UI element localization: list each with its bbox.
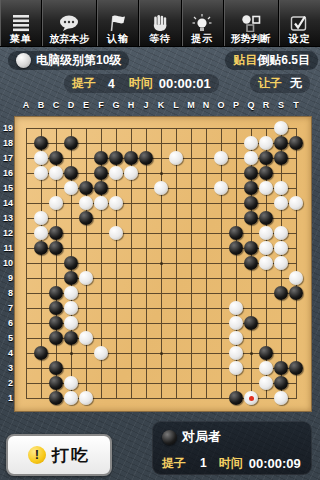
atari-alert-button[interactable]: ! 打吃: [6, 434, 112, 476]
row-label-14: 14: [0, 198, 13, 208]
white-stone-S14[interactable]: [274, 196, 288, 210]
settings-button[interactable]: 设定: [279, 0, 320, 46]
black-stone-P1[interactable]: [229, 391, 243, 405]
black-stone-D5[interactable]: [64, 331, 78, 345]
black-stone-C3[interactable]: [49, 361, 63, 375]
black-stone-C11[interactable]: [49, 241, 63, 255]
black-stone-D10[interactable]: [64, 256, 78, 270]
white-stone-D6[interactable]: [64, 316, 78, 330]
white-stone-T14[interactable]: [289, 196, 303, 210]
menu-label: 菜单: [10, 33, 32, 44]
row-label-1: 1: [0, 393, 13, 403]
column-label-S: S: [275, 100, 287, 110]
alert-icon: !: [28, 446, 46, 464]
white-stone-O17[interactable]: [214, 151, 228, 165]
white-stone-P5[interactable]: [229, 331, 243, 345]
white-stone-S1[interactable]: [274, 391, 288, 405]
time-label: 时间: [129, 75, 153, 92]
hint-label: 提示: [191, 33, 213, 44]
column-label-P: P: [230, 100, 242, 110]
komi-value: 倒贴6.5目: [257, 52, 310, 69]
white-stone-F14[interactable]: [94, 196, 108, 210]
row-label-9: 9: [0, 273, 13, 283]
white-stone-D7[interactable]: [64, 301, 78, 315]
wait-button[interactable]: 等待: [139, 0, 181, 46]
black-stone-P11[interactable]: [229, 241, 243, 255]
pass-label: 放弃本步: [49, 33, 89, 44]
black-stone-F16[interactable]: [94, 166, 108, 180]
white-stone-B13[interactable]: [34, 211, 48, 225]
time-value: 00:00:01: [159, 76, 211, 91]
white-stone-O15[interactable]: [214, 181, 228, 195]
black-stone-T3[interactable]: [289, 361, 303, 375]
black-stone-F17[interactable]: [94, 151, 108, 165]
player-captures-value: 1: [200, 456, 207, 470]
white-stone-R18[interactable]: [259, 136, 273, 150]
black-stone-B4[interactable]: [34, 346, 48, 360]
black-stone-R16[interactable]: [259, 166, 273, 180]
column-label-L: L: [170, 100, 182, 110]
black-stone-C6[interactable]: [49, 316, 63, 330]
black-stone-C7[interactable]: [49, 301, 63, 315]
star-point: [250, 352, 253, 355]
black-stone-icon: [162, 430, 177, 445]
white-stone-R15[interactable]: [259, 181, 273, 195]
black-stone-G17[interactable]: [109, 151, 123, 165]
column-label-N: N: [200, 100, 212, 110]
black-stone-F15[interactable]: [94, 181, 108, 195]
white-stone-E5[interactable]: [79, 331, 93, 345]
white-stone-S19[interactable]: [274, 121, 288, 135]
white-stone-H16[interactable]: [124, 166, 138, 180]
white-stone-B12[interactable]: [34, 226, 48, 240]
player-time-label: 时间: [219, 455, 243, 472]
white-stone-P3[interactable]: [229, 361, 243, 375]
column-label-Q: Q: [245, 100, 257, 110]
white-stone-G14[interactable]: [109, 196, 123, 210]
komi-label: 贴目: [233, 52, 257, 69]
row-label-8: 8: [0, 288, 13, 298]
black-stone-D9[interactable]: [64, 271, 78, 285]
opponent-level: 电脑级别第10级: [36, 52, 121, 69]
black-stone-R13[interactable]: [259, 211, 273, 225]
white-stone-R12[interactable]: [259, 226, 273, 240]
black-stone-B11[interactable]: [34, 241, 48, 255]
settings-label: 设定: [288, 33, 310, 44]
white-stone-F4[interactable]: [94, 346, 108, 360]
player-panel: 对局者 提子 1 时间 00:00:09: [152, 421, 312, 475]
column-label-K: K: [155, 100, 167, 110]
go-app-screen: 菜单 放弃本步 认输: [0, 0, 320, 480]
wait-hand-icon: [150, 14, 170, 32]
menu-button[interactable]: 菜单: [0, 0, 42, 46]
white-stone-K15[interactable]: [154, 181, 168, 195]
column-label-E: E: [80, 100, 92, 110]
black-stone-J17[interactable]: [139, 151, 153, 165]
pass-button[interactable]: 放弃本步: [42, 0, 97, 46]
territory-label: 形势判断: [231, 33, 271, 44]
white-stone-D8[interactable]: [64, 286, 78, 300]
white-stone-D15[interactable]: [64, 181, 78, 195]
row-label-19: 19: [0, 123, 13, 133]
column-label-A: A: [20, 100, 32, 110]
black-stone-S2[interactable]: [274, 376, 288, 390]
komi-pill: 贴目倒贴6.5目: [225, 51, 318, 70]
captures-value: 4: [108, 77, 115, 91]
hint-bulb-icon: [191, 14, 213, 32]
star-point: [160, 172, 163, 175]
opponent-pill: 电脑级别第10级: [8, 51, 129, 70]
black-stone-C12[interactable]: [49, 226, 63, 240]
hint-button[interactable]: 提示: [182, 0, 224, 46]
black-stone-C5[interactable]: [49, 331, 63, 345]
column-label-H: H: [125, 100, 137, 110]
star-point: [160, 262, 163, 265]
row-label-5: 5: [0, 333, 13, 343]
star-point: [160, 352, 163, 355]
black-stone-P12[interactable]: [229, 226, 243, 240]
black-stone-T18[interactable]: [289, 136, 303, 150]
white-stone-S10[interactable]: [274, 256, 288, 270]
column-label-B: B: [35, 100, 47, 110]
row-label-13: 13: [0, 213, 13, 223]
white-stone-S11[interactable]: [274, 241, 288, 255]
black-stone-R17[interactable]: [259, 151, 273, 165]
white-stone-P4[interactable]: [229, 346, 243, 360]
column-label-M: M: [185, 100, 197, 110]
white-stone-Q17[interactable]: [244, 151, 258, 165]
player-captures-label: 提子: [162, 455, 186, 472]
black-stone-Q14[interactable]: [244, 196, 258, 210]
row-label-4: 4: [0, 348, 13, 358]
territory-button[interactable]: 形势判断: [224, 0, 279, 46]
row-label-6: 6: [0, 318, 13, 328]
white-stone-C14[interactable]: [49, 196, 63, 210]
white-stone-R3[interactable]: [259, 361, 273, 375]
white-stone-T9[interactable]: [289, 271, 303, 285]
handicap-pill: 让子 无: [250, 74, 310, 93]
white-stone-B16[interactable]: [34, 166, 48, 180]
row-label-7: 7: [0, 303, 13, 313]
black-stone-B18[interactable]: [34, 136, 48, 150]
black-stone-Q15[interactable]: [244, 181, 258, 195]
black-stone-C1[interactable]: [49, 391, 63, 405]
row-label-17: 17: [0, 153, 13, 163]
white-stone-L17[interactable]: [169, 151, 183, 165]
black-stone-Q13[interactable]: [244, 211, 258, 225]
row-label-15: 15: [0, 183, 13, 193]
white-stone-P6[interactable]: [229, 316, 243, 330]
white-stone-R10[interactable]: [259, 256, 273, 270]
white-stone-R2[interactable]: [259, 376, 273, 390]
black-stone-E15[interactable]: [79, 181, 93, 195]
white-stone-D1[interactable]: [64, 391, 78, 405]
captures-label: 提子: [72, 75, 96, 92]
column-label-C: C: [50, 100, 62, 110]
white-stone-C16[interactable]: [49, 166, 63, 180]
black-stone-T8[interactable]: [289, 286, 303, 300]
white-stone-E9[interactable]: [79, 271, 93, 285]
black-stone-Q10[interactable]: [244, 256, 258, 270]
row-label-11: 11: [0, 243, 13, 253]
white-stone-R11[interactable]: [259, 241, 273, 255]
black-stone-C2[interactable]: [49, 376, 63, 390]
pass-chat-icon: [58, 14, 80, 32]
row-label-10: 10: [0, 258, 13, 268]
column-label-T: T: [290, 100, 302, 110]
white-stone-icon: [16, 53, 31, 68]
black-stone-S17[interactable]: [274, 151, 288, 165]
row-label-3: 3: [0, 363, 13, 373]
column-label-J: J: [140, 100, 152, 110]
column-label-F: F: [95, 100, 107, 110]
white-stone-G16[interactable]: [109, 166, 123, 180]
player-time-value: 00:00:09: [249, 456, 301, 471]
resign-flag-icon: [108, 14, 128, 32]
black-stone-S3[interactable]: [274, 361, 288, 375]
black-stone-R4[interactable]: [259, 346, 273, 360]
row-label-12: 12: [0, 228, 13, 238]
column-label-O: O: [215, 100, 227, 110]
column-label-G: G: [110, 100, 122, 110]
handicap-value: 无: [290, 75, 302, 92]
black-stone-S8[interactable]: [274, 286, 288, 300]
white-stone-Q1[interactable]: [244, 391, 258, 405]
player-label: 对局者: [182, 428, 221, 446]
black-stone-Q16[interactable]: [244, 166, 258, 180]
black-stone-H17[interactable]: [124, 151, 138, 165]
star-point: [70, 352, 73, 355]
resign-button[interactable]: 认输: [97, 0, 139, 46]
black-stone-E13[interactable]: [79, 211, 93, 225]
resign-label: 认输: [107, 33, 129, 44]
black-stone-Q6[interactable]: [244, 316, 258, 330]
captures-time-pill: 提子 4 时间 00:00:01: [64, 74, 219, 93]
white-stone-Q18[interactable]: [244, 136, 258, 150]
white-stone-S12[interactable]: [274, 226, 288, 240]
black-stone-C8[interactable]: [49, 286, 63, 300]
territory-icon: [240, 14, 262, 32]
column-label-R: R: [260, 100, 272, 110]
white-stone-E14[interactable]: [79, 196, 93, 210]
black-stone-C17[interactable]: [49, 151, 63, 165]
toolbar: 菜单 放弃本步 认输: [0, 0, 320, 47]
white-stone-E1[interactable]: [79, 391, 93, 405]
column-label-D: D: [65, 100, 77, 110]
white-stone-B17[interactable]: [34, 151, 48, 165]
white-stone-S15[interactable]: [274, 181, 288, 195]
black-stone-D16[interactable]: [64, 166, 78, 180]
row-label-16: 16: [0, 168, 13, 178]
menu-icon: [11, 14, 31, 32]
black-stone-Q11[interactable]: [244, 241, 258, 255]
handicap-label: 让子: [258, 75, 282, 92]
row-label-2: 2: [0, 378, 13, 388]
wait-label: 等待: [149, 33, 171, 44]
settings-check-icon: [289, 14, 309, 32]
black-stone-S18[interactable]: [274, 136, 288, 150]
white-stone-P7[interactable]: [229, 301, 243, 315]
row-label-18: 18: [0, 138, 13, 148]
white-stone-D2[interactable]: [64, 376, 78, 390]
white-stone-G12[interactable]: [109, 226, 123, 240]
black-stone-D18[interactable]: [64, 136, 78, 150]
alert-label: 打吃: [52, 444, 90, 467]
